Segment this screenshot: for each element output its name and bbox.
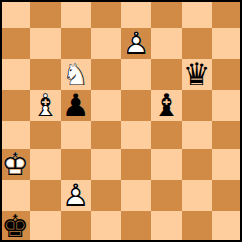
square-e6[interactable]: [121, 59, 151, 90]
white-bishop-outline-icon: ♗: [31, 90, 59, 121]
square-g7[interactable]: [182, 28, 212, 59]
square-c1[interactable]: [61, 211, 91, 242]
square-g8[interactable]: [182, 0, 212, 28]
white-king-outline-icon: ♔: [1, 149, 29, 180]
square-b5[interactable]: ♝♗: [30, 90, 60, 121]
square-b1[interactable]: [30, 211, 60, 242]
white-pawn-icon: ♟: [122, 28, 150, 59]
white-knight-icon: ♞: [62, 59, 90, 90]
square-c2[interactable]: ♟♙: [61, 180, 91, 211]
square-a3[interactable]: ♚♔: [0, 149, 30, 180]
square-f5[interactable]: ♝: [151, 90, 181, 121]
square-f6[interactable]: [151, 59, 181, 90]
square-c7[interactable]: [61, 28, 91, 59]
square-e1[interactable]: [121, 211, 151, 242]
chess-board: ♟♙♞♘♛♝♗♟♝♚♔♟♙♚: [0, 0, 242, 242]
white-pawn-outline-icon: ♙: [122, 28, 150, 59]
square-a4[interactable]: [0, 121, 30, 149]
piece-white-knight: ♞♘: [61, 59, 91, 90]
piece-black-king: ♚: [0, 211, 30, 242]
white-king-icon: ♚: [1, 149, 29, 180]
piece-black-queen: ♛: [182, 59, 212, 90]
black-pawn-icon: ♟: [62, 90, 90, 121]
square-b6[interactable]: [30, 59, 60, 90]
square-h7[interactable]: [212, 28, 242, 59]
black-bishop-icon: ♝: [152, 90, 180, 121]
square-f4[interactable]: [151, 121, 181, 149]
square-d8[interactable]: [91, 0, 121, 28]
square-d3[interactable]: [91, 149, 121, 180]
square-a2[interactable]: [0, 180, 30, 211]
square-a5[interactable]: [0, 90, 30, 121]
piece-black-pawn: ♟: [61, 90, 91, 121]
square-b3[interactable]: [30, 149, 60, 180]
square-e2[interactable]: [121, 180, 151, 211]
square-d1[interactable]: [91, 211, 121, 242]
square-h3[interactable]: [212, 149, 242, 180]
square-f7[interactable]: [151, 28, 181, 59]
white-pawn-outline-icon: ♙: [62, 180, 90, 211]
square-g6[interactable]: ♛: [182, 59, 212, 90]
square-e8[interactable]: [121, 0, 151, 28]
square-g1[interactable]: [182, 211, 212, 242]
square-g2[interactable]: [182, 180, 212, 211]
square-c6[interactable]: ♞♘: [61, 59, 91, 90]
white-knight-outline-icon: ♘: [62, 59, 90, 90]
square-e4[interactable]: [121, 121, 151, 149]
square-d2[interactable]: [91, 180, 121, 211]
square-h5[interactable]: [212, 90, 242, 121]
square-d7[interactable]: [91, 28, 121, 59]
square-c5[interactable]: ♟: [61, 90, 91, 121]
square-a1[interactable]: ♚: [0, 211, 30, 242]
square-h2[interactable]: [212, 180, 242, 211]
square-h1[interactable]: [212, 211, 242, 242]
square-d5[interactable]: [91, 90, 121, 121]
square-a8[interactable]: [0, 0, 30, 28]
square-g3[interactable]: [182, 149, 212, 180]
piece-black-bishop: ♝: [151, 90, 181, 121]
chess-diagram: ♟♙♞♘♛♝♗♟♝♚♔♟♙♚: [0, 0, 242, 242]
square-e5[interactable]: [121, 90, 151, 121]
piece-white-bishop: ♝♗: [30, 90, 60, 121]
square-h4[interactable]: [212, 121, 242, 149]
square-c8[interactable]: [61, 0, 91, 28]
square-f2[interactable]: [151, 180, 181, 211]
square-b2[interactable]: [30, 180, 60, 211]
square-f8[interactable]: [151, 0, 181, 28]
square-g4[interactable]: [182, 121, 212, 149]
white-bishop-icon: ♝: [31, 90, 59, 121]
square-h6[interactable]: [212, 59, 242, 90]
black-king-icon: ♚: [1, 211, 29, 242]
square-a6[interactable]: [0, 59, 30, 90]
piece-white-pawn: ♟♙: [61, 180, 91, 211]
square-b8[interactable]: [30, 0, 60, 28]
black-queen-icon: ♛: [183, 59, 211, 90]
square-c3[interactable]: [61, 149, 91, 180]
square-f1[interactable]: [151, 211, 181, 242]
square-e7[interactable]: ♟♙: [121, 28, 151, 59]
square-c4[interactable]: [61, 121, 91, 149]
square-b4[interactable]: [30, 121, 60, 149]
piece-white-pawn: ♟♙: [121, 28, 151, 59]
square-a7[interactable]: [0, 28, 30, 59]
piece-white-king: ♚♔: [0, 149, 30, 180]
square-e3[interactable]: [121, 149, 151, 180]
square-d6[interactable]: [91, 59, 121, 90]
square-g5[interactable]: [182, 90, 212, 121]
square-h8[interactable]: [212, 0, 242, 28]
square-f3[interactable]: [151, 149, 181, 180]
square-b7[interactable]: [30, 28, 60, 59]
square-d4[interactable]: [91, 121, 121, 149]
white-pawn-icon: ♟: [62, 180, 90, 211]
